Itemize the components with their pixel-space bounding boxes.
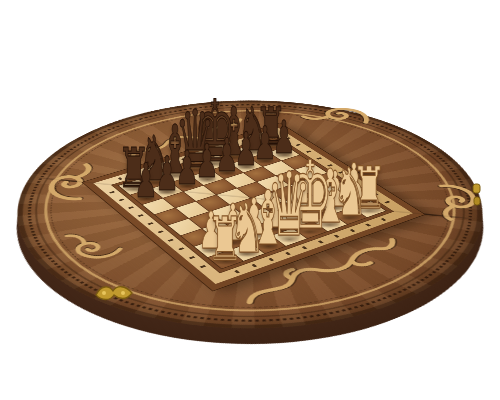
brass-clasp	[92, 280, 138, 306]
square-a3	[181, 229, 215, 246]
product-photo-scene: ♜♞♟♝♟♚♟♛♟♝♟♞♟♜♟♟♟♟♜♟♞♟♝♟♚♟♛♟♝♟♞♜	[0, 0, 500, 400]
board-plane	[0, 69, 500, 391]
brass-hinge	[470, 182, 484, 208]
